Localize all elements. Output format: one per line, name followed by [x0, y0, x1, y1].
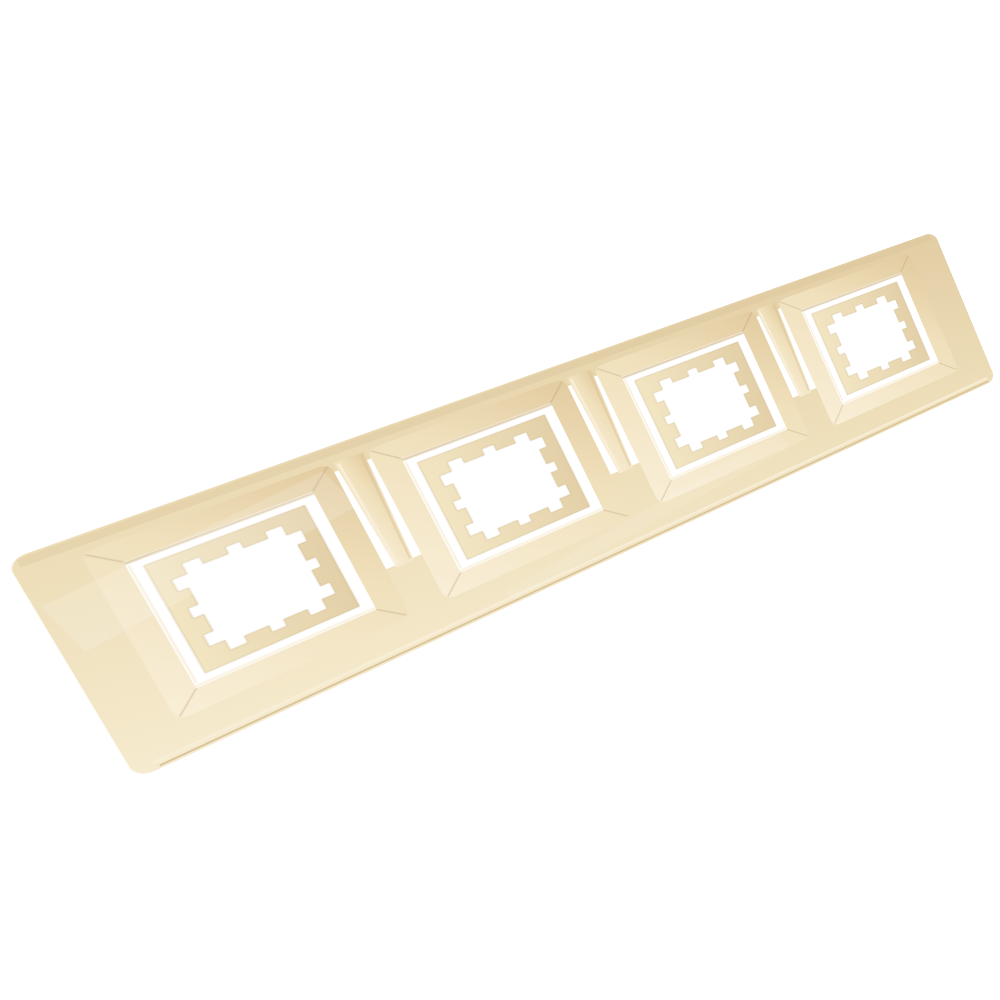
- photo-canvas: [0, 0, 1000, 1000]
- switch-frame-product: [30, 222, 995, 763]
- switch-frame-illustration: [0, 205, 1000, 794]
